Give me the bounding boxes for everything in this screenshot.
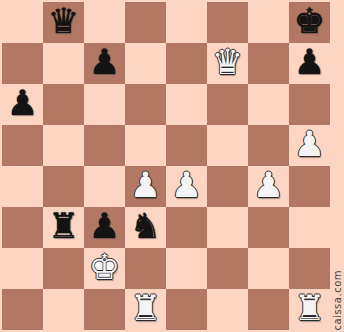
square-c3[interactable]: ♟	[84, 207, 125, 248]
square-f6[interactable]	[207, 84, 248, 125]
square-g7[interactable]	[248, 43, 289, 84]
square-g5[interactable]	[248, 125, 289, 166]
square-f3[interactable]	[207, 207, 248, 248]
square-a2[interactable]	[2, 248, 43, 289]
watermark: caissa.com	[332, 270, 343, 331]
square-h5[interactable]: ♟	[289, 125, 330, 166]
white-pawn: ♟	[171, 168, 202, 203]
square-e3[interactable]	[166, 207, 207, 248]
square-e6[interactable]	[166, 84, 207, 125]
square-c8[interactable]	[84, 2, 125, 43]
square-e1[interactable]	[166, 289, 207, 330]
square-e8[interactable]	[166, 2, 207, 43]
white-pawn: ♟	[253, 168, 284, 203]
square-c4[interactable]	[84, 166, 125, 207]
square-b1[interactable]	[43, 289, 84, 330]
square-d7[interactable]	[125, 43, 166, 84]
square-h8[interactable]: ♚	[289, 2, 330, 43]
square-d4[interactable]: ♟	[125, 166, 166, 207]
square-f4[interactable]	[207, 166, 248, 207]
square-f2[interactable]	[207, 248, 248, 289]
square-c6[interactable]	[84, 84, 125, 125]
square-g4[interactable]: ♟	[248, 166, 289, 207]
white-rook: ♜	[130, 291, 161, 326]
square-h7[interactable]: ♟	[289, 43, 330, 84]
square-g3[interactable]	[248, 207, 289, 248]
square-a7[interactable]	[2, 43, 43, 84]
square-h6[interactable]	[289, 84, 330, 125]
square-d1[interactable]: ♜	[125, 289, 166, 330]
square-a3[interactable]	[2, 207, 43, 248]
square-h3[interactable]	[289, 207, 330, 248]
square-g2[interactable]	[248, 248, 289, 289]
white-queen: ♛	[212, 45, 243, 80]
square-e4[interactable]: ♟	[166, 166, 207, 207]
black-pawn: ♟	[7, 86, 38, 121]
black-rook: ♜	[48, 209, 79, 244]
black-queen: ♛	[48, 4, 79, 39]
square-b3[interactable]: ♜	[43, 207, 84, 248]
square-c5[interactable]	[84, 125, 125, 166]
square-b8[interactable]: ♛	[43, 2, 84, 43]
black-pawn: ♟	[89, 209, 120, 244]
square-f5[interactable]	[207, 125, 248, 166]
chess-board: ♛♚♟♛♟♟♟♟♟♟♜♟♞♚♜♜	[2, 2, 330, 330]
square-h1[interactable]: ♜	[289, 289, 330, 330]
square-h4[interactable]	[289, 166, 330, 207]
square-f1[interactable]	[207, 289, 248, 330]
square-d2[interactable]	[125, 248, 166, 289]
square-c1[interactable]	[84, 289, 125, 330]
square-f8[interactable]	[207, 2, 248, 43]
white-pawn: ♟	[294, 127, 325, 162]
square-g1[interactable]	[248, 289, 289, 330]
square-a1[interactable]	[2, 289, 43, 330]
square-g8[interactable]	[248, 2, 289, 43]
chess-diagram: ♛♚♟♛♟♟♟♟♟♟♜♟♞♚♜♜ caissa.com	[0, 0, 344, 332]
square-b4[interactable]	[43, 166, 84, 207]
square-c2[interactable]: ♚	[84, 248, 125, 289]
square-c7[interactable]: ♟	[84, 43, 125, 84]
square-a5[interactable]	[2, 125, 43, 166]
white-king: ♚	[89, 250, 120, 285]
black-king: ♚	[294, 4, 325, 39]
square-d6[interactable]	[125, 84, 166, 125]
black-knight: ♞	[130, 209, 161, 244]
square-g6[interactable]	[248, 84, 289, 125]
white-pawn: ♟	[130, 168, 161, 203]
square-e5[interactable]	[166, 125, 207, 166]
square-d8[interactable]	[125, 2, 166, 43]
white-rook: ♜	[294, 291, 325, 326]
square-b5[interactable]	[43, 125, 84, 166]
square-b7[interactable]	[43, 43, 84, 84]
square-e7[interactable]	[166, 43, 207, 84]
square-d5[interactable]	[125, 125, 166, 166]
black-pawn: ♟	[89, 45, 120, 80]
square-a6[interactable]: ♟	[2, 84, 43, 125]
square-a8[interactable]	[2, 2, 43, 43]
square-b2[interactable]	[43, 248, 84, 289]
square-e2[interactable]	[166, 248, 207, 289]
square-b6[interactable]	[43, 84, 84, 125]
square-a4[interactable]	[2, 166, 43, 207]
black-pawn: ♟	[294, 45, 325, 80]
square-h2[interactable]	[289, 248, 330, 289]
square-f7[interactable]: ♛	[207, 43, 248, 84]
square-d3[interactable]: ♞	[125, 207, 166, 248]
